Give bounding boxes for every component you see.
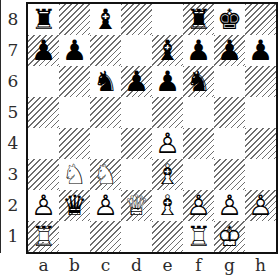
white-pawn-icon: ♙ xyxy=(248,189,273,222)
square-e8[interactable] xyxy=(152,4,183,35)
white-pawn-icon: ♙ xyxy=(186,189,211,222)
square-c3[interactable]: ♞♘ xyxy=(90,159,121,190)
square-d1[interactable] xyxy=(121,221,152,252)
chess-board: ♜♝♜♚♟♟♝♟♟♟♞♟♟♞♟♙♞♘♞♘♝♗♟♙♛♟♙♛♕♝♗♟♙♟♙♟♙♜♖♜… xyxy=(26,2,278,254)
rank-label-2: 2 xyxy=(0,190,26,221)
piece-black-pawn-a7: ♟ xyxy=(28,35,59,66)
square-g1[interactable]: ♚♔ xyxy=(214,221,245,252)
black-pawn-icon: ♟ xyxy=(124,65,149,98)
square-f8[interactable]: ♜ xyxy=(183,4,214,35)
piece-black-pawn-h7: ♟ xyxy=(245,35,276,66)
square-f3[interactable] xyxy=(183,159,214,190)
square-a7[interactable]: ♟ xyxy=(28,35,59,66)
file-label-e: e xyxy=(152,255,183,275)
square-c2[interactable]: ♟♙ xyxy=(90,190,121,221)
piece-white-bishop-e2: ♝♗ xyxy=(152,190,183,221)
square-c8[interactable]: ♝ xyxy=(90,4,121,35)
black-pawn-icon: ♟ xyxy=(186,34,211,67)
square-h8[interactable] xyxy=(245,4,276,35)
square-d6[interactable]: ♟ xyxy=(121,66,152,97)
piece-white-pawn-c2: ♟♙ xyxy=(90,190,121,221)
square-b1[interactable] xyxy=(59,221,90,252)
square-d7[interactable] xyxy=(121,35,152,66)
white-bishop-icon: ♗ xyxy=(155,158,180,191)
piece-black-bishop-c8: ♝ xyxy=(90,4,121,35)
rank-label-3: 3 xyxy=(0,159,26,190)
square-e2[interactable]: ♝♗ xyxy=(152,190,183,221)
square-c6[interactable]: ♞ xyxy=(90,66,121,97)
piece-black-pawn-d6: ♟ xyxy=(121,66,152,97)
piece-black-pawn-g7: ♟ xyxy=(214,35,245,66)
white-pawn-icon: ♙ xyxy=(217,189,242,222)
square-e5[interactable] xyxy=(152,97,183,128)
rank-label-6: 6 xyxy=(0,66,26,97)
square-a6[interactable] xyxy=(28,66,59,97)
square-h1[interactable] xyxy=(245,221,276,252)
black-knight-icon: ♞ xyxy=(186,65,211,98)
piece-black-knight-f6: ♞ xyxy=(183,66,214,97)
piece-white-pawn-g2: ♟♙ xyxy=(214,190,245,221)
square-e6[interactable]: ♟ xyxy=(152,66,183,97)
rank-labels: 87654321 xyxy=(0,4,26,252)
square-f1[interactable]: ♜♖ xyxy=(183,221,214,252)
square-f7[interactable]: ♟ xyxy=(183,35,214,66)
square-b7[interactable]: ♟ xyxy=(59,35,90,66)
square-c4[interactable] xyxy=(90,128,121,159)
square-a5[interactable] xyxy=(28,97,59,128)
piece-white-knight-b3: ♞♘ xyxy=(59,159,90,190)
square-e7[interactable]: ♝ xyxy=(152,35,183,66)
black-queen-icon: ♛ xyxy=(62,189,87,222)
black-pawn-icon: ♟ xyxy=(31,34,56,67)
black-pawn-icon: ♟ xyxy=(248,34,273,67)
square-g4[interactable] xyxy=(214,128,245,159)
piece-black-king-g8: ♚ xyxy=(214,4,245,35)
piece-white-pawn-e4: ♟♙ xyxy=(152,128,183,159)
square-g6[interactable] xyxy=(214,66,245,97)
white-rook-icon: ♖ xyxy=(31,220,56,253)
square-a4[interactable] xyxy=(28,128,59,159)
white-king-icon: ♔ xyxy=(217,220,242,253)
piece-black-rook-a8: ♜ xyxy=(28,4,59,35)
square-h5[interactable] xyxy=(245,97,276,128)
file-label-c: c xyxy=(90,255,121,275)
rank-label-4: 4 xyxy=(0,128,26,159)
rank-label-8: 8 xyxy=(0,4,26,35)
rank-label-7: 7 xyxy=(0,35,26,66)
square-a3[interactable] xyxy=(28,159,59,190)
square-b8[interactable] xyxy=(59,4,90,35)
piece-black-pawn-e6: ♟ xyxy=(152,66,183,97)
square-e3[interactable]: ♝♗ xyxy=(152,159,183,190)
piece-white-pawn-f2: ♟♙ xyxy=(183,190,214,221)
square-f2[interactable]: ♟♙ xyxy=(183,190,214,221)
piece-black-queen-b2: ♛ xyxy=(59,190,90,221)
white-rook-icon: ♖ xyxy=(186,220,211,253)
square-h3[interactable] xyxy=(245,159,276,190)
square-g5[interactable] xyxy=(214,97,245,128)
piece-white-queen-d2: ♛♕ xyxy=(121,190,152,221)
black-knight-icon: ♞ xyxy=(93,65,118,98)
file-label-f: f xyxy=(183,255,214,275)
file-labels: abcdefgh xyxy=(28,255,276,275)
square-g3[interactable] xyxy=(214,159,245,190)
white-knight-icon: ♘ xyxy=(93,158,118,191)
square-d8[interactable] xyxy=(121,4,152,35)
square-f5[interactable] xyxy=(183,97,214,128)
white-pawn-icon: ♙ xyxy=(93,189,118,222)
piece-black-pawn-f7: ♟ xyxy=(183,35,214,66)
piece-black-knight-c6: ♞ xyxy=(90,66,121,97)
square-c5[interactable] xyxy=(90,97,121,128)
piece-black-pawn-b7: ♟ xyxy=(59,35,90,66)
square-d3[interactable] xyxy=(121,159,152,190)
black-pawn-icon: ♟ xyxy=(217,34,242,67)
square-b5[interactable] xyxy=(59,97,90,128)
square-h7[interactable]: ♟ xyxy=(245,35,276,66)
black-pawn-icon: ♟ xyxy=(155,65,180,98)
square-g7[interactable]: ♟ xyxy=(214,35,245,66)
square-c1[interactable] xyxy=(90,221,121,252)
square-h2[interactable]: ♟♙ xyxy=(245,190,276,221)
piece-black-rook-f8: ♜ xyxy=(183,4,214,35)
square-c7[interactable] xyxy=(90,35,121,66)
piece-white-pawn-a2: ♟♙ xyxy=(28,190,59,221)
piece-white-knight-c3: ♞♘ xyxy=(90,159,121,190)
black-bishop-icon: ♝ xyxy=(155,34,180,67)
square-f4[interactable] xyxy=(183,128,214,159)
white-bishop-icon: ♗ xyxy=(155,189,180,222)
file-label-g: g xyxy=(214,255,245,275)
file-label-d: d xyxy=(121,255,152,275)
square-b4[interactable] xyxy=(59,128,90,159)
square-h6[interactable] xyxy=(245,66,276,97)
file-label-a: a xyxy=(28,255,59,275)
rank-label-5: 5 xyxy=(0,97,26,128)
black-rook-icon: ♜ xyxy=(31,3,56,36)
piece-white-rook-f1: ♜♖ xyxy=(183,221,214,252)
black-rook-icon: ♜ xyxy=(186,3,211,36)
square-g2[interactable]: ♟♙ xyxy=(214,190,245,221)
black-king-icon: ♚ xyxy=(217,3,242,36)
square-b3[interactable]: ♞♘ xyxy=(59,159,90,190)
square-a1[interactable]: ♜♖ xyxy=(28,221,59,252)
square-a2[interactable]: ♟♙ xyxy=(28,190,59,221)
file-label-b: b xyxy=(59,255,90,275)
square-f6[interactable]: ♞ xyxy=(183,66,214,97)
square-g8[interactable]: ♚ xyxy=(214,4,245,35)
rank-label-1: 1 xyxy=(0,221,26,252)
piece-white-rook-a1: ♜♖ xyxy=(28,221,59,252)
square-b2[interactable]: ♛ xyxy=(59,190,90,221)
piece-black-bishop-e7: ♝ xyxy=(152,35,183,66)
square-e1[interactable] xyxy=(152,221,183,252)
white-queen-icon: ♕ xyxy=(124,189,149,222)
white-pawn-icon: ♙ xyxy=(31,189,56,222)
square-e4[interactable]: ♟♙ xyxy=(152,128,183,159)
white-pawn-icon: ♙ xyxy=(155,127,180,160)
piece-white-pawn-h2: ♟♙ xyxy=(245,190,276,221)
square-d4[interactable] xyxy=(121,128,152,159)
square-d5[interactable] xyxy=(121,97,152,128)
square-h4[interactable] xyxy=(245,128,276,159)
piece-white-bishop-e3: ♝♗ xyxy=(152,159,183,190)
square-d2[interactable]: ♛♕ xyxy=(121,190,152,221)
square-b6[interactable] xyxy=(59,66,90,97)
file-label-h: h xyxy=(245,255,276,275)
black-bishop-icon: ♝ xyxy=(93,3,118,36)
square-a8[interactable]: ♜ xyxy=(28,4,59,35)
piece-white-king-g1: ♚♔ xyxy=(214,221,245,252)
white-knight-icon: ♘ xyxy=(62,158,87,191)
black-pawn-icon: ♟ xyxy=(62,34,87,67)
